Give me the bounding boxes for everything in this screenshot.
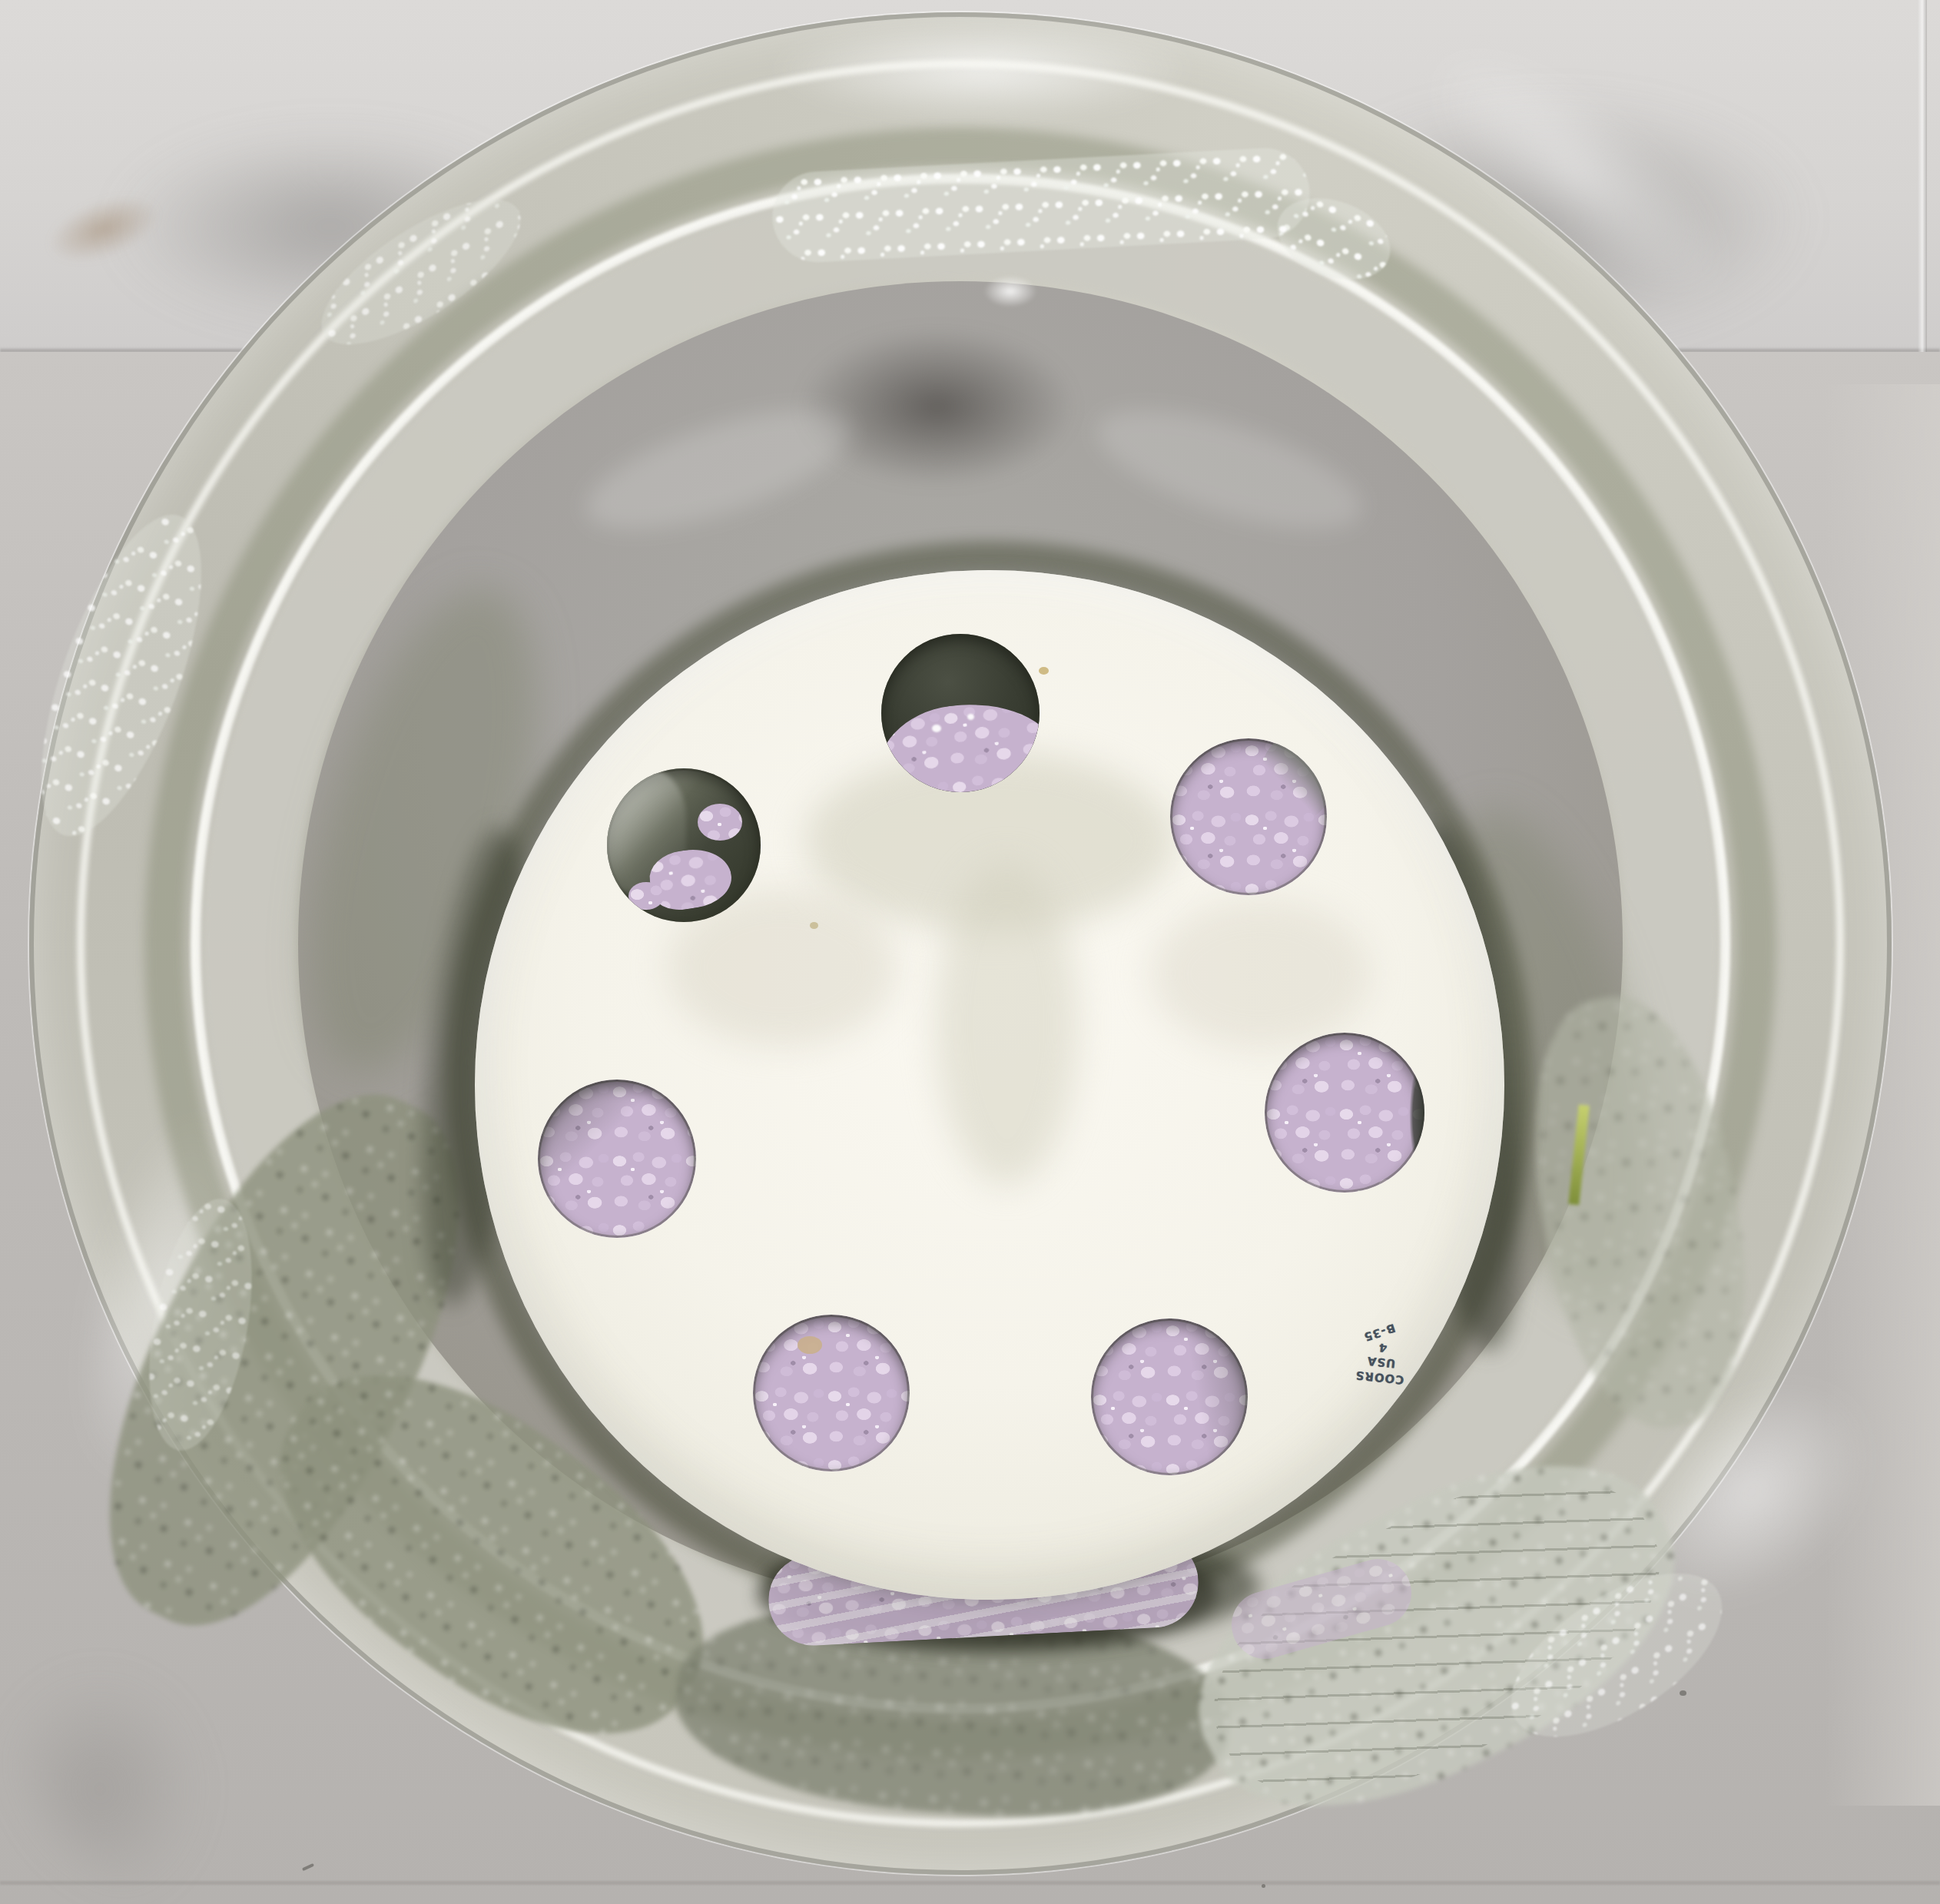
glint xyxy=(932,725,941,732)
desiccator-photo: COORS USA 4 B-35 xyxy=(0,0,1940,1904)
tan-granule xyxy=(798,1336,822,1354)
plate-hole-top xyxy=(881,634,1040,792)
plate-hole-upper-right xyxy=(1170,738,1327,895)
plate-shading xyxy=(1151,899,1370,1049)
counter-edge-line xyxy=(0,1881,1940,1885)
hole-shadow xyxy=(1091,1319,1248,1475)
plate-hole-left xyxy=(538,1080,696,1238)
counter-speck xyxy=(1680,1690,1686,1696)
plate-hole-lower-right xyxy=(1091,1319,1248,1475)
plate-hole-right xyxy=(1265,1033,1424,1192)
interior-glint xyxy=(983,275,1037,307)
plate-dirt-speck xyxy=(810,922,818,929)
counter-speck xyxy=(1262,1884,1265,1888)
interior-shadow xyxy=(753,301,1122,512)
glint xyxy=(967,714,974,720)
plate-dirt-speck xyxy=(1039,667,1049,675)
plate-shading xyxy=(936,862,1078,1185)
hole-shadow xyxy=(538,1080,696,1238)
plate-maker-stamp: COORS USA 4 B-35 xyxy=(1341,1301,1425,1388)
plate-hole-lower-left xyxy=(753,1315,910,1471)
desiccant-granules xyxy=(698,804,742,841)
plate-hole-upper-left xyxy=(607,768,761,922)
